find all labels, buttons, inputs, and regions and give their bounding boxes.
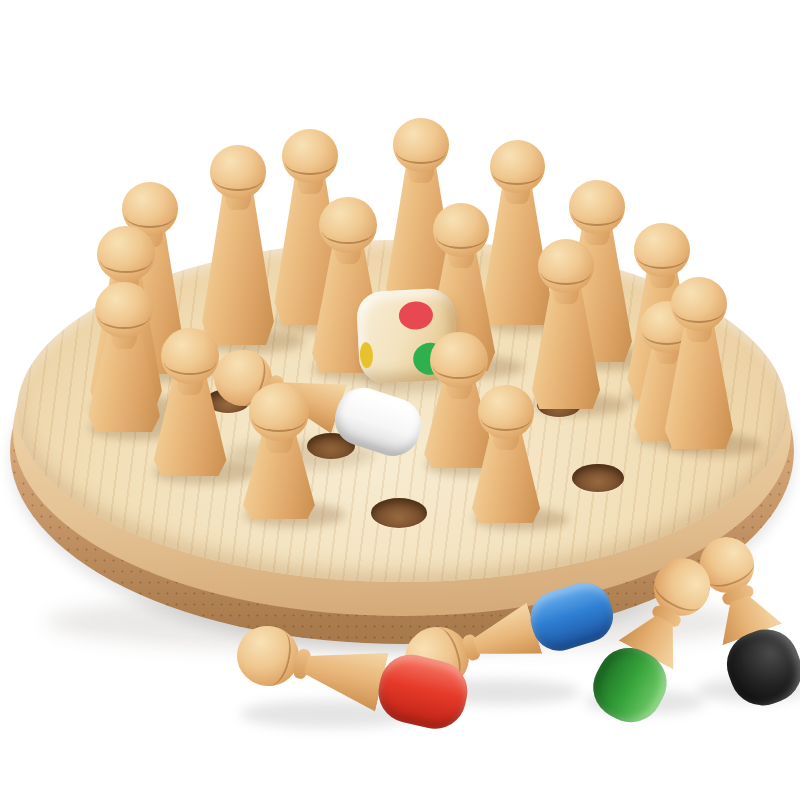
peg-head-groove [492, 160, 542, 185]
peg-hole[interactable] [572, 464, 624, 492]
peg-head-groove [100, 247, 152, 273]
standing-peg[interactable] [469, 385, 543, 523]
peg-head-groove [164, 349, 216, 375]
peg-head-groove [541, 259, 591, 285]
standing-peg[interactable] [240, 383, 318, 519]
peg-head-groove [572, 200, 622, 226]
standing-peg[interactable] [529, 239, 603, 409]
standing-peg[interactable] [151, 328, 230, 476]
peg-head-groove [436, 223, 486, 249]
peg-head-groove [213, 165, 263, 191]
standing-peg[interactable] [199, 145, 277, 345]
peg-head-groove [674, 297, 724, 323]
die-face-dot-red [398, 301, 433, 331]
peg-head-groove [322, 218, 374, 244]
peg-head-groove [433, 353, 485, 379]
standing-peg[interactable] [662, 277, 736, 449]
peg-head-groove [125, 202, 175, 228]
die-face-dot-yellow [359, 342, 373, 369]
peg-head-groove [285, 149, 335, 175]
peg-head-groove [637, 243, 687, 269]
peg-head-groove [252, 405, 306, 432]
peg-hole[interactable] [371, 498, 427, 528]
memory-chess-photo [0, 0, 800, 800]
peg-head-groove [396, 138, 446, 164]
peg-head-groove [98, 303, 150, 329]
peg-head-groove [481, 405, 531, 431]
